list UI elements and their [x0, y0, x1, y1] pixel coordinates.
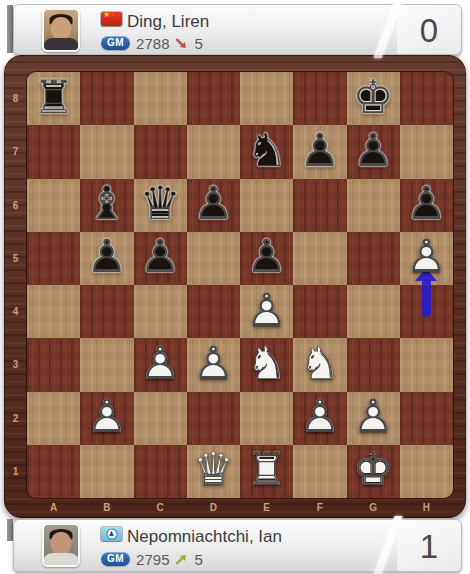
square-g1[interactable]: ♚♔	[347, 445, 400, 498]
square-f8[interactable]	[293, 72, 346, 125]
rank-label-5: 5	[4, 232, 27, 285]
player-meta-bottom: GM 2795 5	[101, 551, 203, 567]
player-card-bottom[interactable]: Nepomniachtchi, Ian GM 2795 5 1	[13, 519, 462, 572]
square-a5[interactable]	[27, 232, 80, 285]
rating-trend-up-icon	[175, 553, 188, 566]
square-a3[interactable]	[27, 338, 80, 391]
white-pawn-d3[interactable]: ♟♙	[187, 338, 240, 391]
square-e3[interactable]: ♞♘	[240, 338, 293, 391]
white-rook-e1[interactable]: ♜♖	[240, 445, 293, 498]
china-flag-icon	[101, 12, 122, 26]
square-f1[interactable]	[293, 445, 346, 498]
gm-title-badge: GM	[101, 552, 130, 566]
rating-trend-down-icon	[175, 37, 188, 50]
square-e6[interactable]	[240, 179, 293, 232]
square-e5[interactable]: ♟♙	[240, 232, 293, 285]
rank-label-2: 2	[4, 392, 27, 445]
file-label-d: D	[187, 498, 240, 516]
white-pawn-g2[interactable]: ♟♙	[347, 392, 400, 445]
square-g8[interactable]: ♚♔	[347, 72, 400, 125]
rank-label-4: 4	[4, 285, 27, 338]
square-a8[interactable]: ♜♖	[27, 72, 80, 125]
black-knight-e7[interactable]: ♞♘	[240, 125, 293, 178]
player-rating-bottom: 2795	[136, 551, 169, 568]
player-meta-top: GM 2788 5	[101, 35, 203, 51]
player-rating-top: 2788	[136, 35, 169, 52]
rank-label-3: 3	[4, 338, 27, 391]
square-g2[interactable]: ♟♙	[347, 392, 400, 445]
white-king-g1[interactable]: ♚♔	[347, 445, 400, 498]
square-g4[interactable]	[347, 285, 400, 338]
square-b1[interactable]	[80, 445, 133, 498]
square-f5[interactable]	[293, 232, 346, 285]
square-h1[interactable]	[400, 445, 453, 498]
fide-flag-icon	[101, 527, 122, 541]
square-e1[interactable]: ♜♖	[240, 445, 293, 498]
square-a4[interactable]	[27, 285, 80, 338]
square-a6[interactable]	[27, 179, 80, 232]
player-score-top: 0	[420, 13, 438, 46]
rank-label-1: 1	[4, 445, 27, 498]
square-c5[interactable]: ♟♙	[134, 232, 187, 285]
avatar-head	[51, 17, 72, 40]
square-b3[interactable]	[80, 338, 133, 391]
square-d4[interactable]	[187, 285, 240, 338]
square-d1[interactable]: ♛♕	[187, 445, 240, 498]
white-pawn-b2[interactable]: ♟♙	[80, 392, 133, 445]
square-d7[interactable]	[187, 125, 240, 178]
file-label-h: H	[400, 498, 453, 516]
player-photo-top	[42, 8, 80, 52]
square-f2[interactable]: ♟♙	[293, 392, 346, 445]
square-h5[interactable]: ♟♙	[400, 232, 453, 285]
avatar-shoulders	[43, 553, 79, 567]
avatar-head	[51, 532, 72, 555]
black-pawn-b5[interactable]: ♟♙	[80, 232, 133, 285]
square-a1[interactable]	[27, 445, 80, 498]
square-e2[interactable]	[240, 392, 293, 445]
square-g3[interactable]	[347, 338, 400, 391]
player-card-top[interactable]: Ding, Liren GM 2788 5 0	[13, 4, 462, 55]
square-c2[interactable]	[134, 392, 187, 445]
square-d6[interactable]: ♟♙	[187, 179, 240, 232]
file-labels: ABCDEFGH	[27, 498, 453, 516]
square-g7[interactable]: ♟♙	[347, 125, 400, 178]
square-h2[interactable]	[400, 392, 453, 445]
white-queen-d1[interactable]: ♛♕	[187, 445, 240, 498]
black-pawn-h6[interactable]: ♟♙	[400, 179, 453, 232]
rating-change-bottom: 5	[194, 551, 202, 568]
square-e4[interactable]: ♟♙	[240, 285, 293, 338]
file-label-b: B	[80, 498, 133, 516]
square-f4[interactable]	[293, 285, 346, 338]
square-d2[interactable]	[187, 392, 240, 445]
square-h7[interactable]	[400, 125, 453, 178]
square-b7[interactable]	[80, 125, 133, 178]
square-b6[interactable]: ♝♗	[80, 179, 133, 232]
rating-change-top: 5	[194, 35, 202, 52]
square-c4[interactable]	[134, 285, 187, 338]
square-a7[interactable]	[27, 125, 80, 178]
black-rook-a8[interactable]: ♜♖	[27, 72, 80, 125]
player-photo-bottom	[42, 523, 80, 567]
board-frame: 87654321 ABCDEFGH ♜♖♚♔♞♘♟♙♟♙♝♗♛♕♟♙♟♙♟♙♟♙…	[4, 55, 466, 518]
file-label-f: F	[293, 498, 346, 516]
white-pawn-c3[interactable]: ♟♙	[134, 338, 187, 391]
rank-label-6: 6	[4, 179, 27, 232]
square-d5[interactable]	[187, 232, 240, 285]
square-b5[interactable]: ♟♙	[80, 232, 133, 285]
square-a2[interactable]	[27, 392, 80, 445]
square-f7[interactable]: ♟♙	[293, 125, 346, 178]
file-label-a: A	[27, 498, 80, 516]
square-b4[interactable]	[80, 285, 133, 338]
square-c8[interactable]	[134, 72, 187, 125]
black-pawn-e5[interactable]: ♟♙	[240, 232, 293, 285]
player-name-top: Ding, Liren	[127, 12, 209, 32]
black-queen-c6[interactable]: ♛♕	[134, 179, 187, 232]
square-h6[interactable]: ♟♙	[400, 179, 453, 232]
square-g5[interactable]	[347, 232, 400, 285]
square-h3[interactable]	[400, 338, 453, 391]
black-king-g8[interactable]: ♚♔	[347, 72, 400, 125]
white-knight-f3[interactable]: ♞♘	[293, 338, 346, 391]
black-pawn-f7[interactable]: ♟♙	[293, 125, 346, 178]
black-pawn-d6[interactable]: ♟♙	[187, 179, 240, 232]
square-h8[interactable]	[400, 72, 453, 125]
square-d8[interactable]	[187, 72, 240, 125]
black-pawn-c5[interactable]: ♟♙	[134, 232, 187, 285]
square-c3[interactable]: ♟♙	[134, 338, 187, 391]
square-d3[interactable]: ♟♙	[187, 338, 240, 391]
white-pawn-f2[interactable]: ♟♙	[293, 392, 346, 445]
player-name-bottom: Nepomniachtchi, Ian	[127, 527, 282, 547]
chess-board[interactable]: ♜♖♚♔♞♘♟♙♟♙♝♗♛♕♟♙♟♙♟♙♟♙♟♙♟♙♟♙♟♙♟♙♞♘♞♘♟♙♟♙…	[27, 72, 453, 498]
file-label-c: C	[134, 498, 187, 516]
score-zone-bottom: 1	[397, 520, 461, 571]
white-pawn-h5[interactable]: ♟♙	[400, 232, 453, 285]
square-f6[interactable]	[293, 179, 346, 232]
square-c1[interactable]	[134, 445, 187, 498]
black-pawn-g7[interactable]: ♟♙	[347, 125, 400, 178]
square-c6[interactable]: ♛♕	[134, 179, 187, 232]
rank-label-7: 7	[4, 125, 27, 178]
square-b2[interactable]: ♟♙	[80, 392, 133, 445]
score-zone-top: 0	[397, 5, 461, 54]
square-c7[interactable]	[134, 125, 187, 178]
game-widget: Ding, Liren GM 2788 5 0 87654321 ABCDEFG…	[0, 0, 470, 574]
square-f3[interactable]: ♞♘	[293, 338, 346, 391]
avatar-shoulders	[43, 38, 79, 52]
square-b8[interactable]	[80, 72, 133, 125]
player-score-bottom: 1	[420, 529, 438, 562]
gm-title-badge: GM	[101, 36, 130, 50]
rank-labels: 87654321	[4, 72, 27, 498]
square-e8[interactable]	[240, 72, 293, 125]
rank-label-8: 8	[4, 72, 27, 125]
black-bishop-b6[interactable]: ♝♗	[80, 179, 133, 232]
white-knight-e3[interactable]: ♞♘	[240, 338, 293, 391]
file-label-e: E	[240, 498, 293, 516]
square-g6[interactable]	[347, 179, 400, 232]
file-label-g: G	[347, 498, 400, 516]
square-e7[interactable]: ♞♘	[240, 125, 293, 178]
white-pawn-e4[interactable]: ♟♙	[240, 285, 293, 338]
